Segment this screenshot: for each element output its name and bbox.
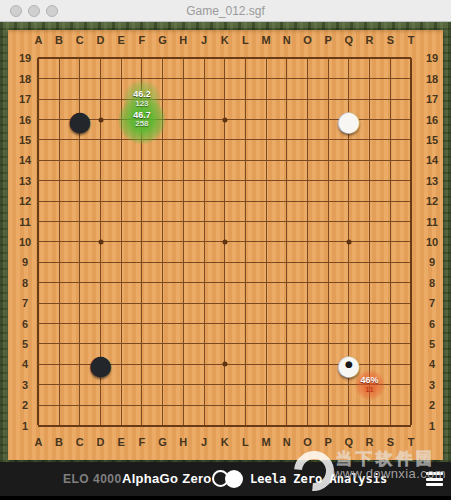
col-label-bottom-P: P <box>325 436 332 448</box>
col-label-top-L: L <box>242 34 249 46</box>
watermark-site-url: www.downxia.com <box>333 466 446 481</box>
row-label-left-14: 14 <box>19 154 31 166</box>
candidate-visits: 258 <box>135 120 148 129</box>
stone-black-D4[interactable]: ● <box>87 351 114 378</box>
row-label-right-8: 8 <box>429 277 435 289</box>
col-label-top-N: N <box>283 34 291 46</box>
last-move-marker: ● <box>345 359 353 368</box>
col-label-top-A: A <box>34 34 42 46</box>
row-label-right-15: 15 <box>426 134 438 146</box>
row-label-left-5: 5 <box>22 338 28 350</box>
grid-line-vertical <box>286 58 287 425</box>
row-label-right-11: 11 <box>426 216 438 228</box>
col-label-bottom-E: E <box>118 436 125 448</box>
col-label-bottom-T: T <box>408 436 415 448</box>
col-label-top-Q: Q <box>345 34 354 46</box>
row-label-right-7: 7 <box>429 297 435 309</box>
grid-line-horizontal <box>38 425 411 427</box>
grid-line-horizontal <box>38 323 411 324</box>
col-label-bottom-L: L <box>242 436 249 448</box>
col-label-bottom-Q: Q <box>345 436 354 448</box>
grid-line-vertical <box>307 58 308 425</box>
col-label-top-T: T <box>408 34 415 46</box>
row-label-left-9: 9 <box>22 256 28 268</box>
col-label-bottom-G: G <box>158 436 167 448</box>
row-label-left-6: 6 <box>22 318 28 330</box>
row-label-left-11: 11 <box>19 216 31 228</box>
row-label-right-13: 13 <box>426 175 438 187</box>
app-window: Game_012.sgf AABBCCDDEEFFGGHHJJKKLLMMNNO… <box>0 0 451 500</box>
row-label-left-8: 8 <box>22 277 28 289</box>
engine-toggle[interactable] <box>212 470 243 488</box>
col-label-top-J: J <box>201 34 207 46</box>
row-label-right-2: 2 <box>429 399 435 411</box>
grid-line-vertical <box>266 58 267 425</box>
grid-line-vertical <box>410 58 412 425</box>
row-label-left-13: 13 <box>19 175 31 187</box>
col-label-top-O: O <box>303 34 312 46</box>
col-label-bottom-B: B <box>55 436 63 448</box>
row-label-right-6: 6 <box>429 318 435 330</box>
row-label-right-10: 10 <box>426 236 438 248</box>
row-label-left-3: 3 <box>22 379 28 391</box>
row-label-left-12: 12 <box>19 195 31 207</box>
grid-line-vertical <box>390 58 391 425</box>
col-label-bottom-N: N <box>283 436 291 448</box>
stone-white-Q16[interactable]: ● <box>335 106 362 133</box>
go-board[interactable]: AABBCCDDEEFFGGHHJJKKLLMMNNOOPPQQRRSSTT19… <box>8 30 443 460</box>
row-label-right-18: 18 <box>426 73 438 85</box>
grid-line-vertical <box>245 58 246 425</box>
col-label-top-C: C <box>76 34 84 46</box>
col-label-top-H: H <box>179 34 187 46</box>
row-label-left-16: 16 <box>19 114 31 126</box>
col-label-top-F: F <box>139 34 146 46</box>
star-point-D10 <box>98 239 103 244</box>
col-label-top-G: G <box>158 34 167 46</box>
engine-left-label: AlphaGo Zero <box>122 471 212 486</box>
window-title: Game_012.sgf <box>0 4 451 18</box>
col-label-bottom-F: F <box>139 436 146 448</box>
analysis-candidate-F16[interactable]: 46.7258 <box>133 110 151 129</box>
grid-line-horizontal <box>38 262 411 263</box>
row-label-right-12: 12 <box>426 195 438 207</box>
row-label-left-7: 7 <box>22 297 28 309</box>
grid-line-horizontal <box>38 303 411 304</box>
star-point-K16 <box>222 117 227 122</box>
row-label-right-17: 17 <box>426 93 438 105</box>
board-frame: AABBCCDDEEFFGGHHJJKKLLMMNNOOPPQQRRSSTT19… <box>0 22 451 462</box>
row-label-right-3: 3 <box>429 379 435 391</box>
row-label-right-16: 16 <box>426 114 438 126</box>
row-label-right-9: 9 <box>429 256 435 268</box>
candidate-visits: 11 <box>365 385 373 394</box>
stone-white-Q4[interactable]: ●● <box>335 351 362 378</box>
col-label-top-K: K <box>221 34 229 46</box>
col-label-bottom-H: H <box>179 436 187 448</box>
row-label-left-10: 10 <box>19 236 31 248</box>
star-point-Q10 <box>346 239 351 244</box>
row-label-left-17: 17 <box>19 93 31 105</box>
row-label-right-5: 5 <box>429 338 435 350</box>
analysis-candidate-F17[interactable]: 46.2123 <box>133 90 151 109</box>
toggle-knob[interactable] <box>225 470 243 488</box>
row-label-right-4: 4 <box>429 358 435 370</box>
row-label-left-18: 18 <box>19 73 31 85</box>
elo-label: ELO 4000 <box>63 472 122 486</box>
col-label-top-D: D <box>97 34 105 46</box>
grid-line-horizontal <box>38 282 411 283</box>
col-label-top-S: S <box>387 34 394 46</box>
row-label-left-1: 1 <box>22 420 28 432</box>
col-label-top-M: M <box>262 34 271 46</box>
title-bar: Game_012.sgf <box>0 0 451 22</box>
row-label-left-19: 19 <box>19 52 31 64</box>
grid-line-horizontal <box>38 343 411 344</box>
col-label-bottom-J: J <box>201 436 207 448</box>
row-label-right-19: 19 <box>426 52 438 64</box>
row-label-right-14: 14 <box>426 154 438 166</box>
col-label-top-P: P <box>325 34 332 46</box>
star-point-K4 <box>222 362 227 367</box>
grid-line-vertical <box>328 58 329 425</box>
analysis-candidate-R3[interactable]: 46%11 <box>361 375 379 394</box>
col-label-bottom-O: O <box>303 436 312 448</box>
row-label-right-1: 1 <box>429 420 435 432</box>
stone-black-C16[interactable]: ● <box>66 106 93 133</box>
col-label-bottom-K: K <box>221 436 229 448</box>
col-label-bottom-S: S <box>387 436 394 448</box>
col-label-bottom-C: C <box>76 436 84 448</box>
col-label-bottom-D: D <box>97 436 105 448</box>
col-label-top-B: B <box>55 34 63 46</box>
col-label-top-R: R <box>366 34 374 46</box>
row-label-left-4: 4 <box>22 358 28 370</box>
star-point-D16 <box>98 117 103 122</box>
candidate-visits: 123 <box>135 100 148 109</box>
row-label-left-2: 2 <box>22 399 28 411</box>
col-label-bottom-A: A <box>34 436 42 448</box>
grid-line-horizontal <box>38 405 411 406</box>
star-point-K10 <box>222 239 227 244</box>
row-label-left-15: 15 <box>19 134 31 146</box>
col-label-top-E: E <box>118 34 125 46</box>
col-label-bottom-R: R <box>366 436 374 448</box>
col-label-bottom-M: M <box>262 436 271 448</box>
